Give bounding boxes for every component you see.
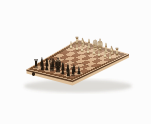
piece-white-pawn: ♟ (75, 43, 79, 52)
piece-white-pawn: ♟ (108, 52, 112, 61)
piece-white-pawn: ♟ (103, 50, 107, 59)
chess-set-product-photo: ♜♞♝♛♚♝♞♜♟♟♟♟♟♟♟♟♟♟♟♟♟♟♟♟♜♞♝♛♚♝♞♜ (0, 0, 151, 124)
piece-white-pawn: ♟ (92, 47, 96, 56)
piece-black-pawn: ♟ (76, 65, 80, 76)
piece-white-pawn: ♟ (97, 49, 101, 58)
piece-white-pawn: ♟ (81, 44, 85, 53)
piece-black-rook: ♜ (70, 66, 75, 79)
piece-white-rook: ♜ (115, 48, 119, 58)
piece-white-pawn: ♟ (69, 41, 73, 50)
pieces-layer: ♜♞♝♛♚♝♞♜♟♟♟♟♟♟♟♟♟♟♟♟♟♟♟♟♜♞♝♛♚♝♞♜ (0, 0, 151, 124)
piece-white-pawn: ♟ (86, 46, 90, 55)
